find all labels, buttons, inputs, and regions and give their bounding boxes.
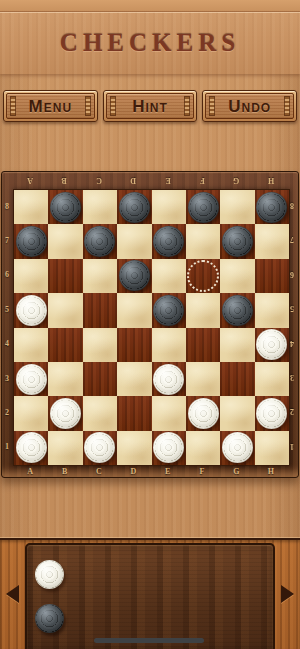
- square-d5[interactable]: [117, 293, 151, 327]
- white-man[interactable]: [222, 432, 253, 463]
- undo-button[interactable]: Undo: [202, 90, 297, 122]
- square-b6[interactable]: [48, 259, 82, 293]
- rank-label-left-3: 3: [2, 361, 12, 395]
- captured-white-man[interactable]: [35, 560, 64, 589]
- square-h5[interactable]: [255, 293, 289, 327]
- square-b8[interactable]: [48, 190, 82, 224]
- rank-label-left-4: 4: [2, 327, 12, 361]
- file-label-top-g: G: [219, 175, 253, 187]
- file-label-top-b: B: [47, 175, 81, 187]
- square-b7[interactable]: [48, 224, 82, 258]
- undo-button-label: Undo: [228, 98, 271, 115]
- file-label-bottom-b: B: [47, 465, 81, 477]
- black-man[interactable]: [16, 226, 47, 257]
- square-b1[interactable]: [48, 431, 82, 465]
- square-b4[interactable]: [48, 328, 82, 362]
- file-label-bottom-a: A: [13, 465, 47, 477]
- menu-button-face: Menu: [6, 93, 95, 119]
- square-c4[interactable]: [83, 328, 117, 362]
- file-labels-top: ABCDEFGH: [13, 175, 288, 187]
- rank-label-right-4: 4: [287, 327, 297, 361]
- ornament-strip-icon: [85, 96, 91, 116]
- square-f1[interactable]: [186, 431, 220, 465]
- file-label-bottom-e: E: [151, 465, 185, 477]
- rank-label-left-2: 2: [2, 395, 12, 429]
- square-e8[interactable]: [152, 190, 186, 224]
- square-a8[interactable]: [14, 190, 48, 224]
- square-g6[interactable]: [220, 259, 254, 293]
- file-label-bottom-f: F: [185, 465, 219, 477]
- white-man[interactable]: [153, 432, 184, 463]
- square-c8[interactable]: [83, 190, 117, 224]
- square-g7[interactable]: [220, 224, 254, 258]
- square-d2[interactable]: [117, 396, 151, 430]
- square-e4[interactable]: [152, 328, 186, 362]
- rank-label-right-6: 6: [287, 258, 297, 292]
- black-man[interactable]: [119, 192, 150, 223]
- square-c6[interactable]: [83, 259, 117, 293]
- white-man[interactable]: [188, 398, 219, 429]
- square-b3[interactable]: [48, 362, 82, 396]
- square-a2[interactable]: [14, 396, 48, 430]
- file-label-bottom-g: G: [219, 465, 253, 477]
- square-e2[interactable]: [152, 396, 186, 430]
- square-g8[interactable]: [220, 190, 254, 224]
- file-label-top-d: D: [116, 175, 150, 187]
- black-man[interactable]: [222, 295, 253, 326]
- hint-button-label: Hint: [132, 98, 168, 115]
- square-d6[interactable]: [117, 259, 151, 293]
- menu-button-label: Menu: [29, 98, 73, 115]
- square-e6[interactable]: [152, 259, 186, 293]
- toolbar: Menu Hint Undo: [0, 90, 300, 122]
- file-label-top-e: E: [151, 175, 185, 187]
- ornament-strip-icon: [184, 96, 190, 116]
- black-man[interactable]: [256, 192, 287, 223]
- black-man[interactable]: [153, 226, 184, 257]
- square-g1[interactable]: [220, 431, 254, 465]
- square-d4[interactable]: [117, 328, 151, 362]
- ornament-strip-icon: [209, 96, 215, 116]
- captured-piece-tray: [0, 538, 300, 649]
- rank-label-right-8: 8: [287, 189, 297, 223]
- square-h1[interactable]: [255, 431, 289, 465]
- rank-label-left-1: 1: [2, 430, 12, 464]
- ornament-strip-icon: [10, 96, 16, 116]
- black-man[interactable]: [153, 295, 184, 326]
- white-man[interactable]: [50, 398, 81, 429]
- square-b2[interactable]: [48, 396, 82, 430]
- square-g5[interactable]: [220, 293, 254, 327]
- app-screen: CHECKERS Menu Hint Undo ABCDEFGH: [0, 0, 300, 649]
- menu-button[interactable]: Menu: [3, 90, 98, 122]
- square-a1[interactable]: [14, 431, 48, 465]
- rank-label-left-8: 8: [2, 189, 12, 223]
- square-c3[interactable]: [83, 362, 117, 396]
- prev-arrow-icon[interactable]: [6, 585, 19, 603]
- square-a6[interactable]: [14, 259, 48, 293]
- white-man[interactable]: [84, 432, 115, 463]
- black-man[interactable]: [84, 226, 115, 257]
- next-arrow-icon[interactable]: [281, 585, 294, 603]
- square-f2[interactable]: [186, 396, 220, 430]
- title-plank: CHECKERS: [0, 12, 300, 74]
- square-c2[interactable]: [83, 396, 117, 430]
- rank-label-right-5: 5: [287, 292, 297, 326]
- rank-label-right-1: 1: [287, 430, 297, 464]
- app-title: CHECKERS: [60, 29, 240, 57]
- file-label-top-a: A: [13, 175, 47, 187]
- ornament-strip-icon: [110, 96, 116, 116]
- white-man[interactable]: [16, 432, 47, 463]
- black-man[interactable]: [222, 226, 253, 257]
- hint-button[interactable]: Hint: [103, 90, 198, 122]
- square-f7[interactable]: [186, 224, 220, 258]
- white-man[interactable]: [16, 295, 47, 326]
- square-h6[interactable]: [255, 259, 289, 293]
- square-f4[interactable]: [186, 328, 220, 362]
- highlight-square-marker[interactable]: [187, 260, 219, 292]
- square-d1[interactable]: [117, 431, 151, 465]
- black-man[interactable]: [188, 192, 219, 223]
- hint-button-face: Hint: [106, 93, 195, 119]
- square-g4[interactable]: [220, 328, 254, 362]
- black-man[interactable]: [119, 260, 150, 291]
- checkers-board-frame: ABCDEFGH 87654321 87654321 ABCDEFGH: [1, 171, 299, 478]
- square-h2[interactable]: [255, 396, 289, 430]
- captured-pieces: [35, 560, 64, 633]
- tray-panel: [25, 543, 275, 649]
- black-man[interactable]: [50, 192, 81, 223]
- file-label-top-c: C: [82, 175, 116, 187]
- square-c5[interactable]: [83, 293, 117, 327]
- square-e3[interactable]: [152, 362, 186, 396]
- rank-label-left-7: 7: [2, 223, 12, 257]
- file-label-bottom-h: H: [254, 465, 288, 477]
- square-b5[interactable]: [48, 293, 82, 327]
- square-f8[interactable]: [186, 190, 220, 224]
- home-indicator: [94, 638, 204, 643]
- square-a4[interactable]: [14, 328, 48, 362]
- file-label-bottom-d: D: [116, 465, 150, 477]
- rank-label-right-7: 7: [287, 223, 297, 257]
- square-g3[interactable]: [220, 362, 254, 396]
- board-grid: [13, 189, 290, 466]
- file-label-top-h: H: [254, 175, 288, 187]
- file-labels-bottom: ABCDEFGH: [13, 465, 288, 477]
- rank-labels-right: 87654321: [287, 189, 297, 464]
- top-wood-band: [0, 0, 300, 12]
- file-label-top-f: F: [185, 175, 219, 187]
- square-e5[interactable]: [152, 293, 186, 327]
- rank-labels-left: 87654321: [2, 189, 12, 464]
- square-g2[interactable]: [220, 396, 254, 430]
- ornament-strip-icon: [284, 96, 290, 116]
- white-man[interactable]: [256, 329, 287, 360]
- square-f3[interactable]: [186, 362, 220, 396]
- white-man[interactable]: [153, 364, 184, 395]
- rank-label-right-2: 2: [287, 395, 297, 429]
- square-c7[interactable]: [83, 224, 117, 258]
- white-man[interactable]: [16, 364, 47, 395]
- square-a3[interactable]: [14, 362, 48, 396]
- rank-label-left-6: 6: [2, 258, 12, 292]
- file-label-bottom-c: C: [82, 465, 116, 477]
- rank-label-left-5: 5: [2, 292, 12, 326]
- square-h7[interactable]: [255, 224, 289, 258]
- square-c1[interactable]: [83, 431, 117, 465]
- square-h3[interactable]: [255, 362, 289, 396]
- square-f6[interactable]: [186, 259, 220, 293]
- square-h8[interactable]: [255, 190, 289, 224]
- white-man[interactable]: [256, 398, 287, 429]
- square-a5[interactable]: [14, 293, 48, 327]
- square-d3[interactable]: [117, 362, 151, 396]
- undo-button-face: Undo: [205, 93, 294, 119]
- square-f5[interactable]: [186, 293, 220, 327]
- square-e7[interactable]: [152, 224, 186, 258]
- captured-black-man[interactable]: [35, 604, 64, 633]
- square-d7[interactable]: [117, 224, 151, 258]
- square-e1[interactable]: [152, 431, 186, 465]
- square-d8[interactable]: [117, 190, 151, 224]
- square-a7[interactable]: [14, 224, 48, 258]
- rank-label-right-3: 3: [287, 361, 297, 395]
- square-h4[interactable]: [255, 328, 289, 362]
